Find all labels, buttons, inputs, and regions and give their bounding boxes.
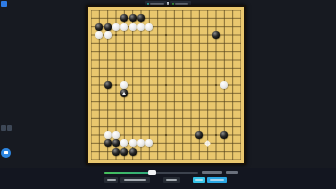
side-tool-icon-1[interactable] <box>1 125 6 131</box>
nav-button-2-label <box>124 179 146 181</box>
black-stone <box>112 148 120 156</box>
board-grid <box>91 10 241 160</box>
black-stone <box>129 14 137 22</box>
action-button-2[interactable] <box>207 177 227 183</box>
side-tool-icon-2[interactable] <box>7 125 12 131</box>
move-slider-knob[interactable] <box>148 170 156 175</box>
white-stone <box>120 23 128 31</box>
black-stone <box>95 23 103 31</box>
move-counter-text <box>202 171 222 174</box>
chat-icon-glyph <box>4 151 8 154</box>
black-stone <box>104 23 112 31</box>
app-icon[interactable] <box>1 1 7 7</box>
white-stone <box>137 23 145 31</box>
nav-button-3[interactable] <box>163 177 180 183</box>
nav-button-3-label <box>166 179 177 181</box>
last-move-marker <box>122 92 126 95</box>
black-stone <box>212 31 220 39</box>
nav-button-2[interactable] <box>120 177 150 183</box>
white-stone <box>129 139 137 147</box>
black-stone <box>104 81 112 89</box>
white-stone <box>145 23 153 31</box>
nav-button-1-label <box>107 179 116 181</box>
black-stone <box>129 148 137 156</box>
go-board[interactable] <box>86 5 246 165</box>
nav-button-1[interactable] <box>104 177 118 183</box>
white-stone <box>112 23 120 31</box>
black-stone <box>120 148 128 156</box>
move-slider-fill <box>104 172 152 174</box>
move-total-text <box>226 171 238 174</box>
action-button-2-label <box>210 179 224 181</box>
action-button-1[interactable] <box>193 177 205 183</box>
white-stone <box>129 23 137 31</box>
black-stone <box>104 139 112 147</box>
white-stone <box>104 31 112 39</box>
white-stone <box>104 131 112 139</box>
white-stone <box>112 131 120 139</box>
action-button-1-label <box>195 179 203 181</box>
chat-icon[interactable] <box>1 148 11 158</box>
